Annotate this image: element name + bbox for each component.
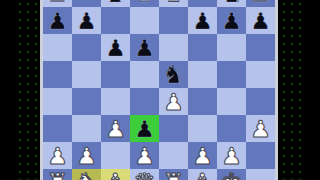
black-pawn: ♟ — [43, 7, 72, 34]
white-pawn: ♟ — [188, 142, 217, 169]
black-pawn: ♟ — [101, 34, 130, 61]
square-a6[interactable] — [43, 34, 72, 61]
square-f7[interactable]: ♟ — [188, 7, 217, 34]
square-h8[interactable]: ♜ — [246, 0, 275, 7]
chess-board[interactable]: ♜♝♛♚♞♜♟♟♟♟♟♟♟♞♟♟♟♟♟♟♟♟♟♜♞♝♛♜♝♚ — [43, 0, 275, 180]
square-b3[interactable] — [72, 115, 101, 142]
square-g6[interactable] — [217, 34, 246, 61]
square-g7[interactable]: ♟ — [217, 7, 246, 34]
white-pawn: ♟ — [43, 142, 72, 169]
square-f6[interactable] — [188, 34, 217, 61]
square-b4[interactable] — [72, 88, 101, 115]
square-g1[interactable]: ♚ — [217, 169, 246, 180]
square-b1[interactable]: ♞ — [72, 169, 101, 180]
black-pawn: ♟ — [130, 34, 159, 61]
square-h7[interactable]: ♟ — [246, 7, 275, 34]
square-b5[interactable] — [72, 61, 101, 88]
square-e6[interactable] — [159, 34, 188, 61]
black-pawn: ♟ — [246, 7, 275, 34]
square-a3[interactable] — [43, 115, 72, 142]
square-h3[interactable]: ♟ — [246, 115, 275, 142]
white-king: ♚ — [217, 169, 246, 180]
square-c8[interactable]: ♝ — [101, 0, 130, 7]
right-black-edge — [306, 0, 320, 180]
square-c7[interactable] — [101, 7, 130, 34]
video-frame-background: ♜♝♛♚♞♜♟♟♟♟♟♟♟♞♟♟♟♟♟♟♟♟♟♜♞♝♛♜♝♚ — [0, 0, 320, 180]
square-a7[interactable]: ♟ — [43, 7, 72, 34]
white-bishop: ♝ — [101, 169, 130, 180]
square-c4[interactable] — [101, 88, 130, 115]
square-b7[interactable]: ♟ — [72, 7, 101, 34]
white-rook: ♜ — [159, 169, 188, 180]
square-b6[interactable] — [72, 34, 101, 61]
square-e7[interactable] — [159, 7, 188, 34]
square-e4[interactable]: ♟ — [159, 88, 188, 115]
square-e2[interactable] — [159, 142, 188, 169]
square-g4[interactable] — [217, 88, 246, 115]
square-d5[interactable] — [130, 61, 159, 88]
white-pawn: ♟ — [159, 88, 188, 115]
white-rook: ♜ — [43, 169, 72, 180]
square-c6[interactable]: ♟ — [101, 34, 130, 61]
black-pawn: ♟ — [130, 115, 159, 142]
square-f5[interactable] — [188, 61, 217, 88]
square-c3[interactable]: ♟ — [101, 115, 130, 142]
black-pawn: ♟ — [217, 7, 246, 34]
square-f3[interactable] — [188, 115, 217, 142]
square-d2[interactable]: ♟ — [130, 142, 159, 169]
square-d8[interactable]: ♛ — [130, 0, 159, 7]
square-h4[interactable] — [246, 88, 275, 115]
square-h1[interactable] — [246, 169, 275, 180]
square-a1[interactable]: ♜ — [43, 169, 72, 180]
black-pawn: ♟ — [188, 7, 217, 34]
black-rook: ♜ — [43, 0, 72, 7]
square-b8[interactable] — [72, 0, 101, 7]
black-knight: ♞ — [217, 0, 246, 7]
square-d1[interactable]: ♛ — [130, 169, 159, 180]
square-d7[interactable] — [130, 7, 159, 34]
square-h2[interactable] — [246, 142, 275, 169]
left-black-edge — [0, 0, 14, 180]
white-knight: ♞ — [72, 169, 101, 180]
square-d6[interactable]: ♟ — [130, 34, 159, 61]
square-f1[interactable]: ♝ — [188, 169, 217, 180]
white-pawn: ♟ — [130, 142, 159, 169]
square-e8[interactable]: ♚ — [159, 0, 188, 7]
square-g8[interactable]: ♞ — [217, 0, 246, 7]
white-pawn: ♟ — [72, 142, 101, 169]
white-queen: ♛ — [130, 169, 159, 180]
square-e3[interactable] — [159, 115, 188, 142]
black-knight: ♞ — [159, 61, 188, 88]
square-e1[interactable]: ♜ — [159, 169, 188, 180]
square-a8[interactable]: ♜ — [43, 0, 72, 7]
square-f8[interactable] — [188, 0, 217, 7]
square-e5[interactable]: ♞ — [159, 61, 188, 88]
white-pawn: ♟ — [217, 142, 246, 169]
square-h6[interactable] — [246, 34, 275, 61]
black-pawn: ♟ — [72, 7, 101, 34]
white-pawn: ♟ — [101, 115, 130, 142]
square-c5[interactable] — [101, 61, 130, 88]
square-c1[interactable]: ♝ — [101, 169, 130, 180]
square-g5[interactable] — [217, 61, 246, 88]
square-a4[interactable] — [43, 88, 72, 115]
square-d3[interactable]: ♟ — [130, 115, 159, 142]
black-queen: ♛ — [130, 0, 159, 7]
square-a5[interactable] — [43, 61, 72, 88]
square-g3[interactable] — [217, 115, 246, 142]
square-c2[interactable] — [101, 142, 130, 169]
black-bishop: ♝ — [101, 0, 130, 7]
white-pawn: ♟ — [246, 115, 275, 142]
square-g2[interactable]: ♟ — [217, 142, 246, 169]
black-king: ♚ — [159, 0, 188, 7]
square-f4[interactable] — [188, 88, 217, 115]
white-bishop: ♝ — [188, 169, 217, 180]
black-rook: ♜ — [246, 0, 275, 7]
square-d4[interactable] — [130, 88, 159, 115]
square-b2[interactable]: ♟ — [72, 142, 101, 169]
square-f2[interactable]: ♟ — [188, 142, 217, 169]
square-a2[interactable]: ♟ — [43, 142, 72, 169]
square-h5[interactable] — [246, 61, 275, 88]
